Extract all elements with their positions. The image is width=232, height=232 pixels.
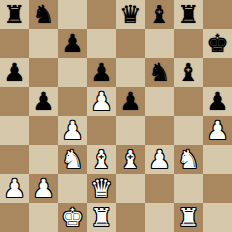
piece-black-pawn-b5[interactable]: ♟ [32, 87, 54, 116]
chess-board-container: ♜♞♛♝♜♟♚♟♟♞♝♟♟♟♟♟♟♞♝♝♟♞♟♟♛♚♜♜ [0, 0, 232, 232]
square-e8[interactable]: ♛ [116, 0, 145, 29]
piece-white-rook-d1[interactable]: ♜ [90, 203, 112, 232]
piece-black-pawn-d6[interactable]: ♟ [90, 58, 112, 87]
square-f6[interactable]: ♞ [145, 58, 174, 87]
square-a4[interactable] [0, 116, 29, 145]
piece-black-bishop-f8[interactable]: ♝ [148, 0, 170, 29]
square-c1[interactable]: ♚ [58, 203, 87, 232]
square-f1[interactable] [145, 203, 174, 232]
square-e2[interactable] [116, 174, 145, 203]
square-b8[interactable]: ♞ [29, 0, 58, 29]
square-h2[interactable] [203, 174, 232, 203]
piece-black-bishop-g6[interactable]: ♝ [177, 58, 199, 87]
square-d8[interactable] [87, 0, 116, 29]
square-a2[interactable]: ♟ [0, 174, 29, 203]
piece-white-rook-g1[interactable]: ♜ [177, 203, 199, 232]
square-c6[interactable] [58, 58, 87, 87]
square-g8[interactable]: ♜ [174, 0, 203, 29]
piece-black-knight-b8[interactable]: ♞ [32, 0, 54, 29]
piece-white-queen-d2[interactable]: ♛ [90, 174, 112, 203]
square-d4[interactable] [87, 116, 116, 145]
piece-black-pawn-a6[interactable]: ♟ [3, 58, 25, 87]
square-h6[interactable] [203, 58, 232, 87]
square-b5[interactable]: ♟ [29, 87, 58, 116]
square-c5[interactable] [58, 87, 87, 116]
square-f7[interactable] [145, 29, 174, 58]
square-e3[interactable]: ♝ [116, 145, 145, 174]
square-c2[interactable] [58, 174, 87, 203]
square-e4[interactable] [116, 116, 145, 145]
piece-white-bishop-e3[interactable]: ♝ [119, 145, 141, 174]
piece-white-knight-g3[interactable]: ♞ [177, 145, 199, 174]
square-g2[interactable] [174, 174, 203, 203]
square-g3[interactable]: ♞ [174, 145, 203, 174]
piece-black-pawn-h5[interactable]: ♟ [206, 87, 228, 116]
square-g4[interactable] [174, 116, 203, 145]
square-b6[interactable] [29, 58, 58, 87]
square-b7[interactable] [29, 29, 58, 58]
square-d7[interactable] [87, 29, 116, 58]
square-c4[interactable]: ♟ [58, 116, 87, 145]
square-d3[interactable]: ♝ [87, 145, 116, 174]
square-h5[interactable]: ♟ [203, 87, 232, 116]
square-c7[interactable]: ♟ [58, 29, 87, 58]
square-b4[interactable] [29, 116, 58, 145]
piece-black-pawn-e5[interactable]: ♟ [119, 87, 141, 116]
square-f5[interactable] [145, 87, 174, 116]
square-a8[interactable]: ♜ [0, 0, 29, 29]
square-h3[interactable] [203, 145, 232, 174]
square-g5[interactable] [174, 87, 203, 116]
square-f2[interactable] [145, 174, 174, 203]
piece-white-bishop-d3[interactable]: ♝ [90, 145, 112, 174]
piece-black-king-h7[interactable]: ♚ [206, 29, 228, 58]
square-b2[interactable]: ♟ [29, 174, 58, 203]
square-f8[interactable]: ♝ [145, 0, 174, 29]
piece-black-rook-g8[interactable]: ♜ [177, 0, 199, 29]
square-e1[interactable] [116, 203, 145, 232]
square-g6[interactable]: ♝ [174, 58, 203, 87]
square-d5[interactable]: ♟ [87, 87, 116, 116]
square-c3[interactable]: ♞ [58, 145, 87, 174]
square-b3[interactable] [29, 145, 58, 174]
chess-board: ♜♞♛♝♜♟♚♟♟♞♝♟♟♟♟♟♟♞♝♝♟♞♟♟♛♚♜♜ [0, 0, 232, 232]
square-c8[interactable] [58, 0, 87, 29]
piece-white-pawn-f3[interactable]: ♟ [148, 145, 170, 174]
piece-black-queen-e8[interactable]: ♛ [119, 0, 141, 29]
square-d6[interactable]: ♟ [87, 58, 116, 87]
square-a1[interactable] [0, 203, 29, 232]
square-a3[interactable] [0, 145, 29, 174]
square-g1[interactable]: ♜ [174, 203, 203, 232]
square-h4[interactable]: ♟ [203, 116, 232, 145]
square-h1[interactable] [203, 203, 232, 232]
piece-black-knight-f6[interactable]: ♞ [148, 58, 170, 87]
square-a7[interactable] [0, 29, 29, 58]
square-e5[interactable]: ♟ [116, 87, 145, 116]
square-h7[interactable]: ♚ [203, 29, 232, 58]
square-g7[interactable] [174, 29, 203, 58]
piece-black-pawn-c7[interactable]: ♟ [61, 29, 83, 58]
square-e6[interactable] [116, 58, 145, 87]
piece-white-pawn-h4[interactable]: ♟ [206, 116, 228, 145]
square-d1[interactable]: ♜ [87, 203, 116, 232]
piece-white-pawn-b2[interactable]: ♟ [32, 174, 54, 203]
piece-white-pawn-a2[interactable]: ♟ [3, 174, 25, 203]
piece-white-pawn-d5[interactable]: ♟ [90, 87, 112, 116]
piece-white-knight-c3[interactable]: ♞ [61, 145, 83, 174]
square-a6[interactable]: ♟ [0, 58, 29, 87]
square-e7[interactable] [116, 29, 145, 58]
square-f3[interactable]: ♟ [145, 145, 174, 174]
square-b1[interactable] [29, 203, 58, 232]
piece-black-rook-a8[interactable]: ♜ [3, 0, 25, 29]
square-a5[interactable] [0, 87, 29, 116]
square-d2[interactable]: ♛ [87, 174, 116, 203]
piece-white-pawn-c4[interactable]: ♟ [61, 116, 83, 145]
square-h8[interactable] [203, 0, 232, 29]
piece-white-king-c1[interactable]: ♚ [61, 203, 83, 232]
square-f4[interactable] [145, 116, 174, 145]
